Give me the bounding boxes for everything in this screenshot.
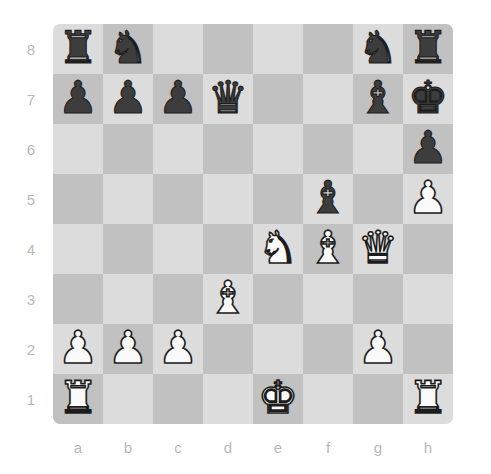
square-a2[interactable]: ♟ [53,324,103,374]
chess-board[interactable]: ♜♞♞♜♟♟♟♛♝♚♟♝♟♞♝♛♝♟♟♟♟♜♚♜ [53,24,453,424]
square-h7[interactable]: ♚ [403,74,453,124]
rank-label-8: 8 [16,24,46,74]
piece-black-pawn[interactable]: ♟ [58,73,98,123]
square-c8[interactable] [153,24,203,74]
file-label-c: c [153,424,203,470]
square-b4[interactable] [103,224,153,274]
file-label-d: d [203,424,253,470]
square-e5[interactable] [253,174,303,224]
square-c5[interactable] [153,174,203,224]
square-b1[interactable] [103,374,153,424]
square-b3[interactable] [103,274,153,324]
square-f4[interactable]: ♝ [303,224,353,274]
square-h8[interactable]: ♜ [403,24,453,74]
piece-white-rook[interactable]: ♜ [58,373,98,423]
file-label-f: f [303,424,353,470]
square-h4[interactable] [403,224,453,274]
square-e8[interactable] [253,24,303,74]
square-f5[interactable]: ♝ [303,174,353,224]
square-d2[interactable] [203,324,253,374]
square-a4[interactable] [53,224,103,274]
square-a7[interactable]: ♟ [53,74,103,124]
square-b8[interactable]: ♞ [103,24,153,74]
square-d3[interactable]: ♝ [203,274,253,324]
piece-white-knight[interactable]: ♞ [258,223,298,273]
square-h6[interactable]: ♟ [403,124,453,174]
piece-black-pawn[interactable]: ♟ [408,123,448,173]
piece-white-pawn[interactable]: ♟ [158,323,198,373]
square-h3[interactable] [403,274,453,324]
square-e6[interactable] [253,124,303,174]
square-a5[interactable] [53,174,103,224]
square-f7[interactable] [303,74,353,124]
piece-black-bishop[interactable]: ♝ [358,73,398,123]
square-g2[interactable]: ♟ [353,324,403,374]
file-label-a: a [53,424,103,470]
piece-white-pawn[interactable]: ♟ [58,323,98,373]
square-b6[interactable] [103,124,153,174]
square-a6[interactable] [53,124,103,174]
piece-white-pawn[interactable]: ♟ [108,323,148,373]
square-g1[interactable] [353,374,403,424]
piece-white-queen[interactable]: ♛ [358,223,398,273]
rank-label-7: 7 [16,74,46,124]
square-b5[interactable] [103,174,153,224]
square-e1[interactable]: ♚ [253,374,303,424]
square-f3[interactable] [303,274,353,324]
square-e4[interactable]: ♞ [253,224,303,274]
file-label-e: e [253,424,303,470]
square-g5[interactable] [353,174,403,224]
square-e3[interactable] [253,274,303,324]
piece-white-bishop[interactable]: ♝ [208,273,248,323]
piece-black-bishop[interactable]: ♝ [308,173,348,223]
square-e2[interactable] [253,324,303,374]
square-c4[interactable] [153,224,203,274]
rank-label-6: 6 [16,124,46,174]
square-h1[interactable]: ♜ [403,374,453,424]
square-g8[interactable]: ♞ [353,24,403,74]
rank-label-5: 5 [16,174,46,224]
piece-black-knight[interactable]: ♞ [358,24,398,73]
rank-label-3: 3 [16,274,46,324]
square-g6[interactable] [353,124,403,174]
piece-white-king[interactable]: ♚ [258,373,298,423]
piece-black-rook[interactable]: ♜ [408,24,448,73]
piece-black-rook[interactable]: ♜ [58,24,98,73]
piece-white-bishop[interactable]: ♝ [308,223,348,273]
square-a3[interactable] [53,274,103,324]
square-d5[interactable] [203,174,253,224]
square-e7[interactable] [253,74,303,124]
piece-white-rook[interactable]: ♜ [408,373,448,423]
chess-board-panel: 87654321 ♜♞♞♜♟♟♟♛♝♚♟♝♟♞♝♛♝♟♟♟♟♜♚♜ abcdef… [0,0,491,474]
piece-black-knight[interactable]: ♞ [108,24,148,73]
piece-black-pawn[interactable]: ♟ [158,73,198,123]
square-d4[interactable] [203,224,253,274]
rank-label-2: 2 [16,324,46,374]
square-c7[interactable]: ♟ [153,74,203,124]
square-c6[interactable] [153,124,203,174]
square-h2[interactable] [403,324,453,374]
square-c2[interactable]: ♟ [153,324,203,374]
square-g7[interactable]: ♝ [353,74,403,124]
square-f8[interactable] [303,24,353,74]
square-d7[interactable]: ♛ [203,74,253,124]
file-label-h: h [403,424,453,470]
square-h5[interactable]: ♟ [403,174,453,224]
square-c3[interactable] [153,274,203,324]
square-d8[interactable] [203,24,253,74]
square-a8[interactable]: ♜ [53,24,103,74]
rank-label-4: 4 [16,224,46,274]
square-f6[interactable] [303,124,353,174]
square-c1[interactable] [153,374,203,424]
square-g3[interactable] [353,274,403,324]
square-d1[interactable] [203,374,253,424]
file-labels: abcdefgh [53,424,453,470]
piece-black-king[interactable]: ♚ [408,73,448,123]
file-label-g: g [353,424,403,470]
rank-labels: 87654321 [16,24,46,424]
square-f2[interactable] [303,324,353,374]
piece-black-pawn[interactable]: ♟ [108,73,148,123]
square-b7[interactable]: ♟ [103,74,153,124]
square-f1[interactable] [303,374,353,424]
square-a1[interactable]: ♜ [53,374,103,424]
piece-white-pawn[interactable]: ♟ [358,323,398,373]
file-label-b: b [103,424,153,470]
square-d6[interactable] [203,124,253,174]
piece-white-pawn[interactable]: ♟ [408,173,448,223]
square-b2[interactable]: ♟ [103,324,153,374]
piece-black-queen[interactable]: ♛ [208,73,248,123]
rank-label-1: 1 [16,374,46,424]
square-g4[interactable]: ♛ [353,224,403,274]
